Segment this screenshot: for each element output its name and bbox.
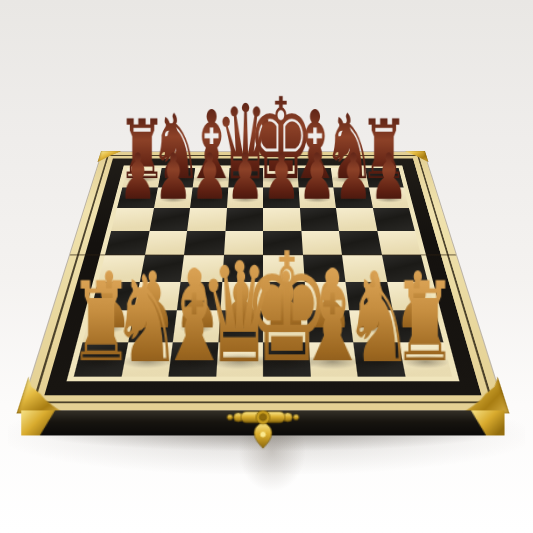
white-knight-b1[interactable]: ♞ — [77, 260, 218, 362]
brass-edge-corner-left — [21, 410, 55, 435]
clasp-latch-icon — [222, 407, 305, 457]
square-b6[interactable] — [149, 208, 190, 231]
square-c6[interactable] — [187, 208, 226, 231]
square-h6[interactable] — [372, 208, 414, 231]
white-knight-g1[interactable]: ♞ — [308, 260, 449, 362]
white-knight-glyph: ♞ — [112, 260, 183, 380]
black-pawn-h7[interactable]: ♟ — [334, 145, 443, 199]
square-g6[interactable] — [336, 208, 377, 231]
square-a6[interactable] — [111, 208, 153, 231]
white-knight-glyph: ♞ — [343, 260, 414, 380]
board-front-edge — [21, 410, 505, 435]
studio-backdrop: ♜♞♝♛♚♝♞♜♟♟♟♟♟♟♟♟♟♟♟♟♟♟♟♟♜♞♝♛♚♝♞♜ — [0, 0, 533, 533]
chess-board: ♜♞♝♛♚♝♞♜♟♟♟♟♟♟♟♟♟♟♟♟♟♟♟♟♜♞♝♛♚♝♞♜ — [21, 152, 505, 411]
black-pawn-glyph: ♟ — [370, 145, 408, 209]
brass-edge-corner-right — [471, 410, 505, 435]
